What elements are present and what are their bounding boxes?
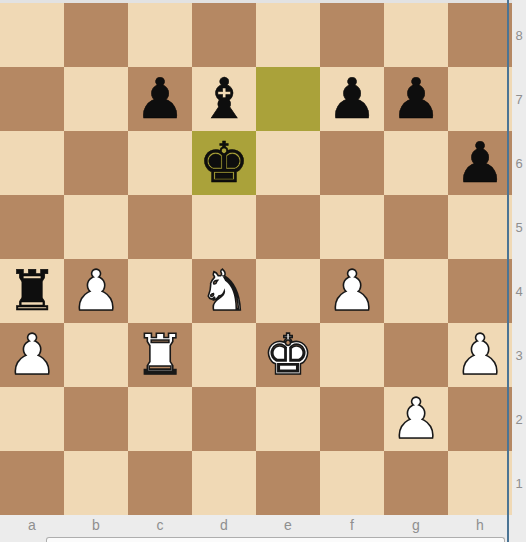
piece-white-pawn-g2[interactable]: ♟: [384, 387, 448, 451]
square-g6[interactable]: [384, 131, 448, 195]
square-c5[interactable]: [128, 195, 192, 259]
rank-label-7: 7: [512, 67, 526, 131]
square-e8[interactable]: [256, 3, 320, 67]
square-f3[interactable]: [320, 323, 384, 387]
rank-label-5: 5: [512, 195, 526, 259]
rank-label-2: 2: [512, 387, 526, 451]
bottom-panel-edge: [46, 537, 505, 542]
piece-black-pawn-c7[interactable]: ♟: [128, 67, 192, 131]
vertical-divider-line: [507, 0, 509, 542]
square-b7[interactable]: [64, 67, 128, 131]
square-b2[interactable]: [64, 387, 128, 451]
square-f4[interactable]: ♟: [320, 259, 384, 323]
square-h1[interactable]: [448, 451, 512, 515]
square-h3[interactable]: ♟: [448, 323, 512, 387]
square-c2[interactable]: [128, 387, 192, 451]
square-a7[interactable]: [0, 67, 64, 131]
piece-black-pawn-f7[interactable]: ♟: [320, 67, 384, 131]
piece-black-rook-a4[interactable]: ♜: [0, 259, 64, 323]
square-g7[interactable]: ♟: [384, 67, 448, 131]
square-d3[interactable]: [192, 323, 256, 387]
square-f6[interactable]: [320, 131, 384, 195]
piece-white-pawn-b4[interactable]: ♟: [64, 259, 128, 323]
square-d2[interactable]: [192, 387, 256, 451]
square-c3[interactable]: ♜: [128, 323, 192, 387]
square-a6[interactable]: [0, 131, 64, 195]
square-g5[interactable]: [384, 195, 448, 259]
square-e6[interactable]: [256, 131, 320, 195]
square-c7[interactable]: ♟: [128, 67, 192, 131]
square-e2[interactable]: [256, 387, 320, 451]
square-d7[interactable]: ♝: [192, 67, 256, 131]
square-e3[interactable]: ♚: [256, 323, 320, 387]
square-h4[interactable]: [448, 259, 512, 323]
square-c6[interactable]: [128, 131, 192, 195]
square-b1[interactable]: [64, 451, 128, 515]
square-d6[interactable]: ♚: [192, 131, 256, 195]
square-h7[interactable]: [448, 67, 512, 131]
square-a3[interactable]: ♟: [0, 323, 64, 387]
square-h2[interactable]: [448, 387, 512, 451]
square-d1[interactable]: [192, 451, 256, 515]
rank-label-8: 8: [512, 3, 526, 67]
piece-white-rook-c3[interactable]: ♜: [128, 323, 192, 387]
square-d4[interactable]: ♞: [192, 259, 256, 323]
square-f7[interactable]: ♟: [320, 67, 384, 131]
square-b6[interactable]: [64, 131, 128, 195]
square-e1[interactable]: [256, 451, 320, 515]
square-f1[interactable]: [320, 451, 384, 515]
square-a8[interactable]: [0, 3, 64, 67]
piece-black-bishop-d7[interactable]: ♝: [192, 67, 256, 131]
square-f5[interactable]: [320, 195, 384, 259]
square-g4[interactable]: [384, 259, 448, 323]
square-g3[interactable]: [384, 323, 448, 387]
square-a2[interactable]: [0, 387, 64, 451]
piece-white-king-e3[interactable]: ♚: [256, 323, 320, 387]
square-d5[interactable]: [192, 195, 256, 259]
square-f8[interactable]: [320, 3, 384, 67]
square-d8[interactable]: [192, 3, 256, 67]
square-h6[interactable]: ♟: [448, 131, 512, 195]
square-a5[interactable]: [0, 195, 64, 259]
piece-white-pawn-a3[interactable]: ♟: [0, 323, 64, 387]
square-f2[interactable]: [320, 387, 384, 451]
square-e7[interactable]: [256, 67, 320, 131]
square-h8[interactable]: [448, 3, 512, 67]
piece-white-knight-d4[interactable]: ♞: [192, 259, 256, 323]
square-h5[interactable]: [448, 195, 512, 259]
rank-label-4: 4: [512, 259, 526, 323]
rank-label-6: 6: [512, 131, 526, 195]
square-g2[interactable]: ♟: [384, 387, 448, 451]
piece-white-pawn-h3[interactable]: ♟: [448, 323, 512, 387]
rank-label-1: 1: [512, 451, 526, 515]
square-a4[interactable]: ♜: [0, 259, 64, 323]
square-c1[interactable]: [128, 451, 192, 515]
square-b5[interactable]: [64, 195, 128, 259]
piece-white-pawn-f4[interactable]: ♟: [320, 259, 384, 323]
square-e4[interactable]: [256, 259, 320, 323]
square-c8[interactable]: [128, 3, 192, 67]
square-e5[interactable]: [256, 195, 320, 259]
square-b4[interactable]: ♟: [64, 259, 128, 323]
square-b8[interactable]: [64, 3, 128, 67]
chess-board[interactable]: ♟♝♟♟♚♟♜♟♞♟♟♜♚♟♟: [0, 3, 512, 515]
piece-black-pawn-h6[interactable]: ♟: [448, 131, 512, 195]
piece-black-pawn-g7[interactable]: ♟: [384, 67, 448, 131]
rank-coordinates: 87654321: [512, 3, 526, 515]
piece-black-king-d6[interactable]: ♚: [192, 131, 256, 195]
rank-label-3: 3: [512, 323, 526, 387]
square-a1[interactable]: [0, 451, 64, 515]
square-g8[interactable]: [384, 3, 448, 67]
square-c4[interactable]: [128, 259, 192, 323]
square-b3[interactable]: [64, 323, 128, 387]
square-g1[interactable]: [384, 451, 448, 515]
